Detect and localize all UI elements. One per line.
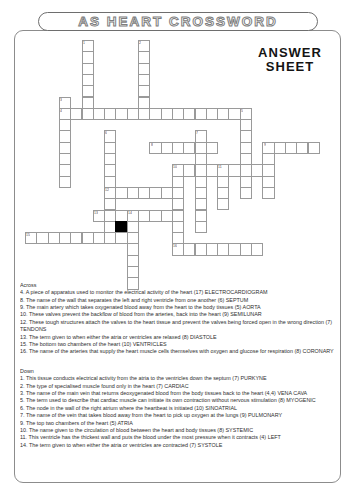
grid-cell[interactable] <box>206 142 218 154</box>
down-list: 1. This tissue conducts electrical activ… <box>20 374 340 448</box>
clue-line: 3. The name of the main vein that return… <box>20 389 340 396</box>
clue-line: 5. The term used to describe that cardia… <box>20 397 340 404</box>
grid-cell[interactable] <box>217 198 229 210</box>
title-banner: AS HEART CROSSWORD <box>38 12 318 31</box>
clue-line: 8. The name of the wall that separates t… <box>20 296 340 303</box>
clue-line: 12. These tough structures attach the va… <box>20 318 340 333</box>
clue-line: 4. A piece of apparatus used to monitor … <box>20 288 340 295</box>
clue-line: 10. These valves prevent the backflow of… <box>20 311 340 318</box>
clue-line: 1. This tissue conducts electrical activ… <box>20 374 340 381</box>
clue-line: 2. The type of specialised muscle found … <box>20 382 340 389</box>
clue-line: 6. The node in the wall of the right atr… <box>20 404 340 411</box>
down-clues: Down 1. This tissue conducts electrical … <box>20 367 340 448</box>
clue-line: 7. The name of the vein that takes blood… <box>20 411 340 418</box>
grid-cell[interactable] <box>308 142 320 154</box>
clue-line: 15. The bottom two chambers of the heart… <box>20 340 340 347</box>
clue-line: 10. The name given to the circulation of… <box>20 426 340 433</box>
clue-line: 14. The term given to when either the at… <box>20 441 340 448</box>
across-clues: Across 4. A piece of apparatus used to m… <box>20 281 340 355</box>
clues-section: Across 4. A piece of apparatus used to m… <box>20 281 340 448</box>
clue-line: 11. This ventricle has the thickest wall… <box>20 434 340 441</box>
page-title: AS HEART CROSSWORD <box>78 14 278 29</box>
grid-cell[interactable] <box>251 243 263 255</box>
grid-cell[interactable] <box>59 176 71 188</box>
grid-cell[interactable] <box>240 187 252 199</box>
grid-cell[interactable] <box>195 221 207 233</box>
across-header: Across <box>20 281 340 288</box>
grid-cell[interactable] <box>262 187 274 199</box>
clue-line: 9. The top two chambers of the heart (5)… <box>20 419 340 426</box>
clue-line: 9. The main artery which takes oxygenate… <box>20 303 340 310</box>
clue-line: 13. The term given to when either the at… <box>20 333 340 340</box>
clue-line: 16. The name of the arteries that supply… <box>20 348 340 355</box>
across-list: 4. A piece of apparatus used to monitor … <box>20 288 340 355</box>
crossword-grid: 12345678910111213141516 <box>25 40 320 290</box>
down-header: Down <box>20 367 340 374</box>
